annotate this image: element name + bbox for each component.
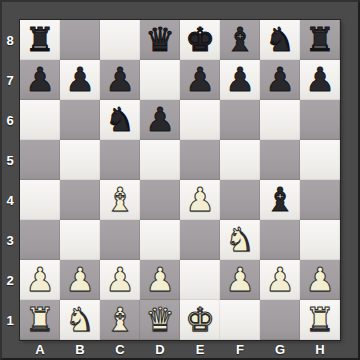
square-g7[interactable]: ♟: [260, 60, 300, 100]
piece-white-pawn[interactable]: ♟: [180, 180, 220, 220]
square-g6[interactable]: [260, 100, 300, 140]
piece-black-pawn[interactable]: ♟: [220, 60, 260, 100]
piece-black-knight[interactable]: ♞: [260, 20, 300, 60]
square-h2[interactable]: ♟: [300, 260, 340, 300]
square-f1[interactable]: [220, 300, 260, 340]
rank-labels: 8 7 6 5 4 3 2 1: [0, 20, 20, 340]
rank-label-2: 2: [0, 260, 20, 300]
piece-white-king[interactable]: ♚: [180, 300, 220, 340]
square-c6[interactable]: ♞: [100, 100, 140, 140]
square-f3[interactable]: ♞: [220, 220, 260, 260]
square-h6[interactable]: [300, 100, 340, 140]
square-b7[interactable]: ♟: [60, 60, 100, 100]
file-labels: A B C D E F G H: [20, 340, 340, 358]
square-g3[interactable]: [260, 220, 300, 260]
square-d3[interactable]: [140, 220, 180, 260]
file-label-f: F: [220, 340, 260, 358]
piece-white-knight[interactable]: ♞: [60, 300, 100, 340]
square-c3[interactable]: [100, 220, 140, 260]
rank-label-1: 1: [0, 300, 20, 340]
file-label-h: H: [300, 340, 340, 358]
square-h5[interactable]: [300, 140, 340, 180]
piece-white-knight[interactable]: ♞: [220, 220, 260, 260]
rank-label-6: 6: [0, 100, 20, 140]
piece-black-pawn[interactable]: ♟: [60, 60, 100, 100]
piece-black-bishop[interactable]: ♝: [220, 20, 260, 60]
rank-label-4: 4: [0, 180, 20, 220]
square-a7[interactable]: ♟: [20, 60, 60, 100]
piece-white-pawn[interactable]: ♟: [300, 260, 340, 300]
square-h1[interactable]: ♜: [300, 300, 340, 340]
piece-black-king[interactable]: ♚: [180, 20, 220, 60]
square-g8[interactable]: ♞: [260, 20, 300, 60]
square-c5[interactable]: [100, 140, 140, 180]
piece-black-knight[interactable]: ♞: [100, 100, 140, 140]
square-e8[interactable]: ♚: [180, 20, 220, 60]
square-b4[interactable]: [60, 180, 100, 220]
piece-black-pawn[interactable]: ♟: [20, 60, 60, 100]
square-f5[interactable]: [220, 140, 260, 180]
square-d1[interactable]: ♛: [140, 300, 180, 340]
square-c7[interactable]: ♟: [100, 60, 140, 100]
square-h8[interactable]: ♜: [300, 20, 340, 60]
piece-black-bishop[interactable]: ♝: [260, 180, 300, 220]
piece-white-pawn[interactable]: ♟: [140, 260, 180, 300]
square-f2[interactable]: ♟: [220, 260, 260, 300]
rank-label-7: 7: [0, 60, 20, 100]
square-d4[interactable]: [140, 180, 180, 220]
square-e1[interactable]: ♚: [180, 300, 220, 340]
square-d5[interactable]: [140, 140, 180, 180]
square-a4[interactable]: [20, 180, 60, 220]
square-f7[interactable]: ♟: [220, 60, 260, 100]
file-label-g: G: [260, 340, 300, 358]
square-b5[interactable]: [60, 140, 100, 180]
square-a8[interactable]: ♜: [20, 20, 60, 60]
square-b8[interactable]: [60, 20, 100, 60]
square-h4[interactable]: [300, 180, 340, 220]
square-e5[interactable]: [180, 140, 220, 180]
file-label-a: A: [20, 340, 60, 358]
square-d6[interactable]: ♟: [140, 100, 180, 140]
rank-label-5: 5: [0, 140, 20, 180]
piece-white-bishop[interactable]: ♝: [100, 300, 140, 340]
square-a5[interactable]: [20, 140, 60, 180]
square-b1[interactable]: ♞: [60, 300, 100, 340]
piece-black-pawn[interactable]: ♟: [300, 60, 340, 100]
piece-black-pawn[interactable]: ♟: [260, 60, 300, 100]
square-e4[interactable]: ♟: [180, 180, 220, 220]
square-f4[interactable]: [220, 180, 260, 220]
square-d8[interactable]: ♛: [140, 20, 180, 60]
piece-black-rook[interactable]: ♜: [20, 20, 60, 60]
piece-white-pawn[interactable]: ♟: [100, 260, 140, 300]
square-d7[interactable]: [140, 60, 180, 100]
square-b3[interactable]: [60, 220, 100, 260]
piece-black-rook[interactable]: ♜: [300, 20, 340, 60]
square-e6[interactable]: [180, 100, 220, 140]
file-label-d: D: [140, 340, 180, 358]
square-a6[interactable]: [20, 100, 60, 140]
chess-board-frame: ♜♛♚♝♞♜♟♟♟♟♟♟♟♞♟♝♟♝♞♟♟♟♟♟♟♟♜♞♝♛♚♜ 8 7 6 5…: [0, 0, 360, 360]
piece-white-queen[interactable]: ♛: [140, 300, 180, 340]
rank-label-3: 3: [0, 220, 20, 260]
square-f8[interactable]: ♝: [220, 20, 260, 60]
square-b6[interactable]: [60, 100, 100, 140]
square-a2[interactable]: ♟: [20, 260, 60, 300]
rank-label-8: 8: [0, 20, 20, 60]
piece-white-pawn[interactable]: ♟: [60, 260, 100, 300]
piece-white-rook[interactable]: ♜: [300, 300, 340, 340]
piece-black-pawn[interactable]: ♟: [180, 60, 220, 100]
square-e7[interactable]: ♟: [180, 60, 220, 100]
piece-white-rook[interactable]: ♜: [20, 300, 60, 340]
square-g1[interactable]: [260, 300, 300, 340]
file-label-e: E: [180, 340, 220, 358]
square-e2[interactable]: [180, 260, 220, 300]
piece-white-pawn[interactable]: ♟: [20, 260, 60, 300]
square-e3[interactable]: [180, 220, 220, 260]
file-label-c: C: [100, 340, 140, 358]
square-a3[interactable]: [20, 220, 60, 260]
square-a1[interactable]: ♜: [20, 300, 60, 340]
piece-white-pawn[interactable]: ♟: [260, 260, 300, 300]
square-b2[interactable]: ♟: [60, 260, 100, 300]
piece-white-pawn[interactable]: ♟: [220, 260, 260, 300]
square-c4[interactable]: ♝: [100, 180, 140, 220]
square-d2[interactable]: ♟: [140, 260, 180, 300]
piece-black-pawn[interactable]: ♟: [140, 100, 180, 140]
square-h7[interactable]: ♟: [300, 60, 340, 100]
file-label-b: B: [60, 340, 100, 358]
piece-black-queen[interactable]: ♛: [140, 20, 180, 60]
square-g4[interactable]: ♝: [260, 180, 300, 220]
square-h3[interactable]: [300, 220, 340, 260]
square-c1[interactable]: ♝: [100, 300, 140, 340]
square-g5[interactable]: [260, 140, 300, 180]
chess-board: ♜♛♚♝♞♜♟♟♟♟♟♟♟♞♟♝♟♝♞♟♟♟♟♟♟♟♜♞♝♛♚♜: [20, 20, 340, 340]
square-c2[interactable]: ♟: [100, 260, 140, 300]
piece-white-bishop[interactable]: ♝: [100, 180, 140, 220]
square-f6[interactable]: [220, 100, 260, 140]
square-c8[interactable]: [100, 20, 140, 60]
square-g2[interactable]: ♟: [260, 260, 300, 300]
piece-black-pawn[interactable]: ♟: [100, 60, 140, 100]
